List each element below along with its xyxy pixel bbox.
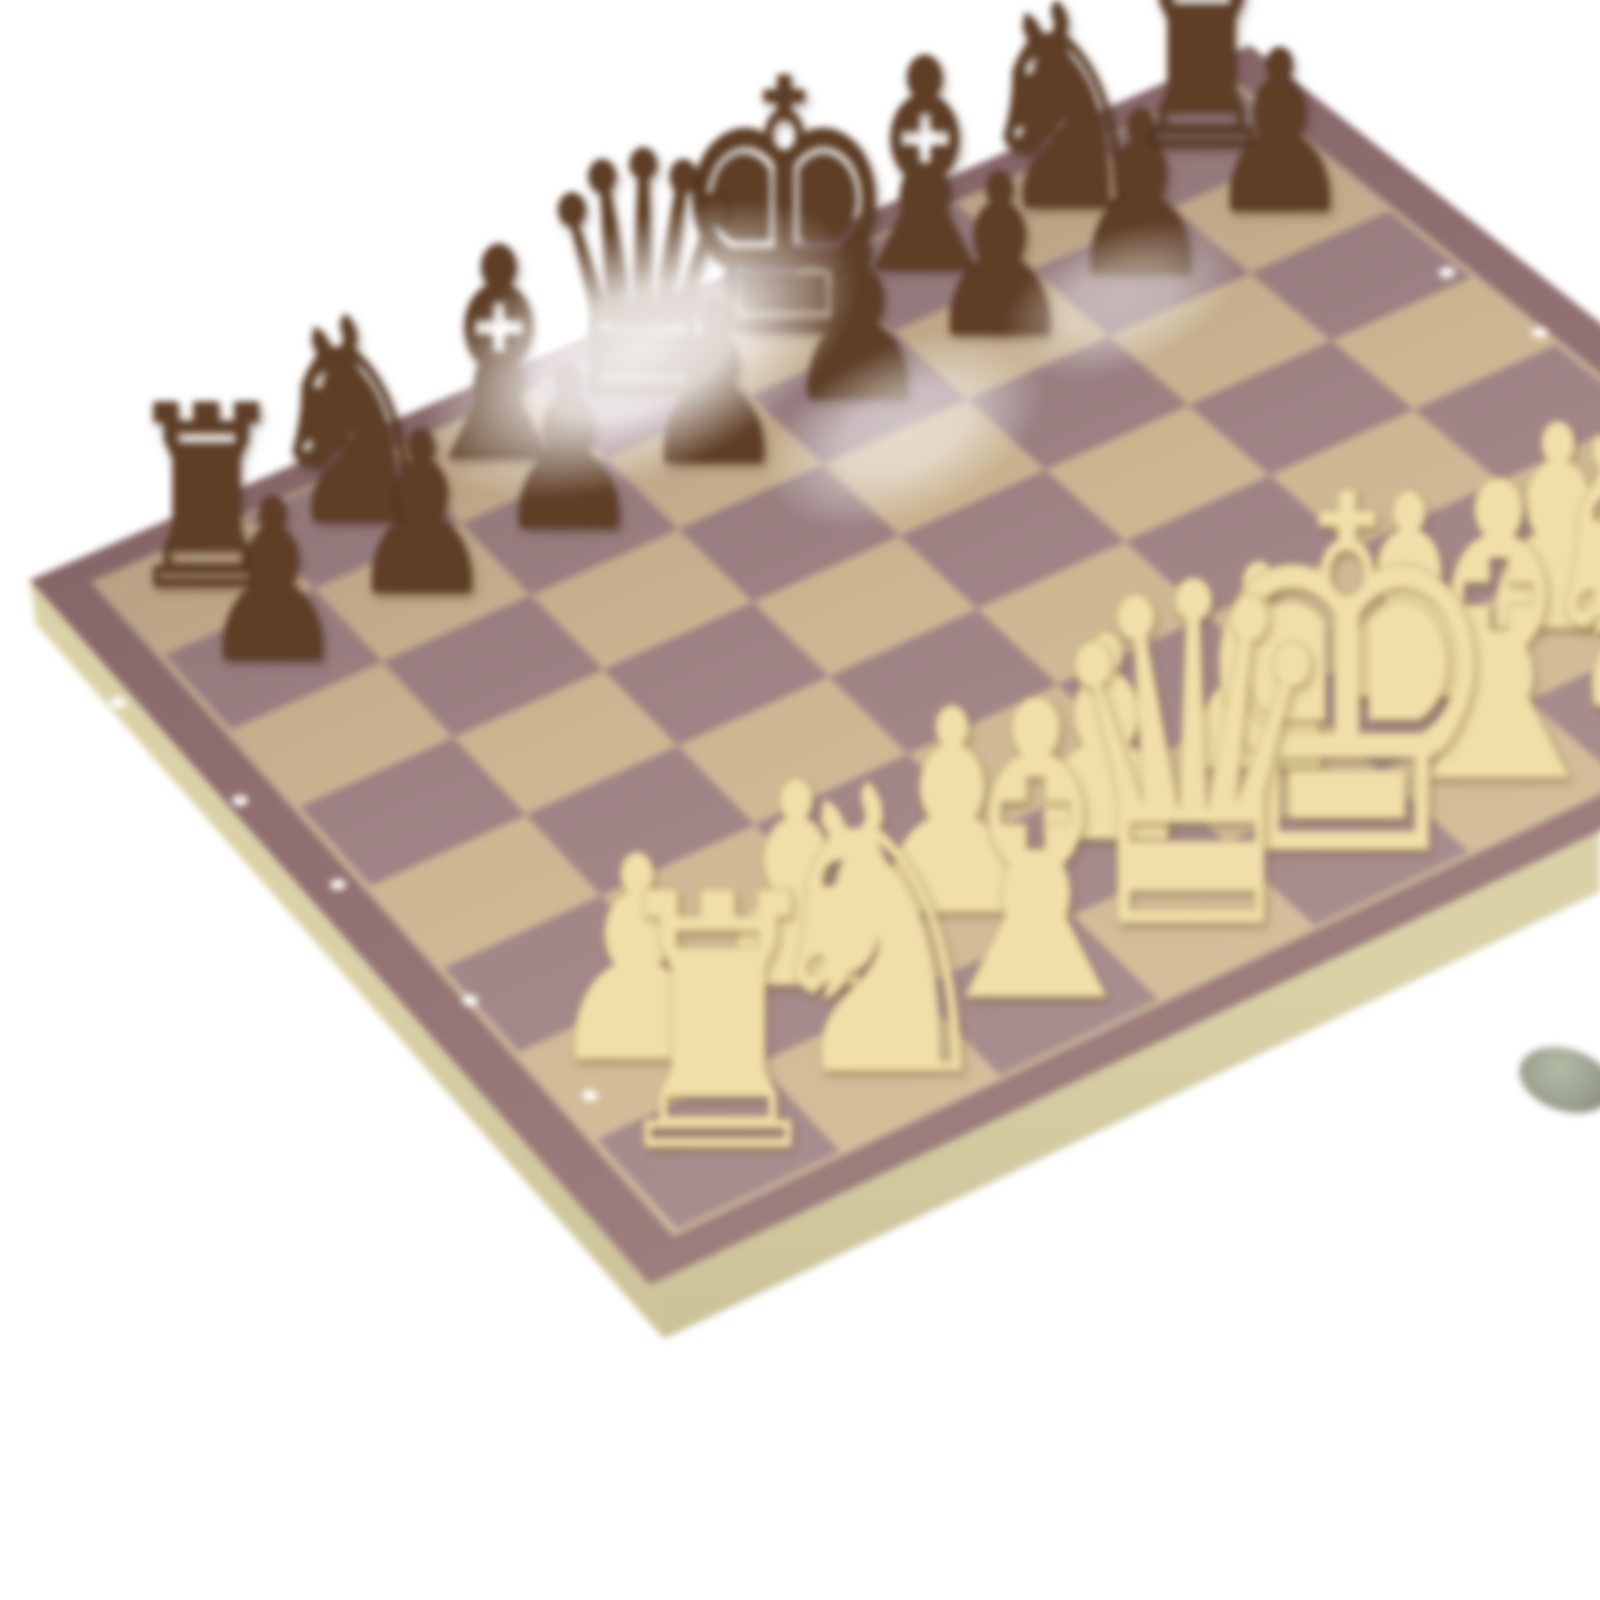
glare-spot <box>374 137 906 562</box>
glare-speck <box>582 1090 598 1101</box>
product-photo-scene: ♜♞♝♛♚♝♞♜♟♟♟♟♟♟♟♟♟♟♟♟♟♟♟♟♜♞♝♛♚♝♞♜ <box>0 0 1600 1600</box>
glare-speck <box>1439 267 1455 278</box>
glare-speck <box>110 697 126 708</box>
glare-overlays <box>0 0 1600 1600</box>
glare-spot <box>733 290 1077 571</box>
glare-speck <box>330 879 346 890</box>
glare-spot <box>978 188 1262 411</box>
glare-speck <box>462 995 478 1006</box>
glare-speck <box>1532 327 1548 338</box>
glare-speck <box>232 795 248 806</box>
